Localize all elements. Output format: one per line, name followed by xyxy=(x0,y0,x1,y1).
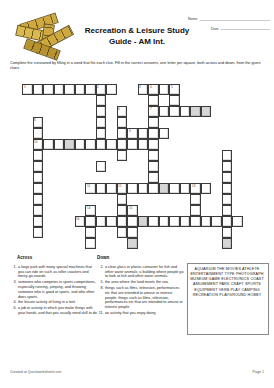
grid-background xyxy=(85,194,96,205)
answer-cell xyxy=(117,205,128,216)
grid-background xyxy=(54,128,65,139)
answer-cell xyxy=(222,161,233,172)
grid-background xyxy=(43,161,54,172)
grid-background xyxy=(211,194,222,205)
answer-cell xyxy=(190,216,201,227)
grid-background xyxy=(211,227,222,238)
footer-credit: Created at Quickworksheets.net xyxy=(10,369,61,374)
grid-background xyxy=(54,172,65,183)
grid-background xyxy=(243,84,254,95)
grid-background xyxy=(117,84,128,95)
answer-cell xyxy=(159,106,170,117)
grid-background xyxy=(138,150,149,161)
grid-background xyxy=(106,128,117,139)
grid-background xyxy=(85,150,96,161)
grid-background xyxy=(148,194,159,205)
grid-background xyxy=(169,150,180,161)
grid-background xyxy=(43,205,54,216)
grid-background xyxy=(138,238,149,249)
word-space-cell xyxy=(138,216,149,227)
grid-background xyxy=(33,238,44,249)
page-footer: Created at Quickworksheets.net Page 1 xyxy=(10,369,264,379)
grid-background xyxy=(190,238,201,249)
grid-background xyxy=(64,106,75,117)
answer-cell xyxy=(201,183,212,194)
grid-background xyxy=(138,205,149,216)
grid-background xyxy=(169,238,180,249)
grid-background xyxy=(201,238,212,249)
answer-cell xyxy=(33,128,44,139)
answer-cell xyxy=(138,183,149,194)
grid-background xyxy=(106,117,117,128)
word-space-cell xyxy=(190,106,201,117)
grid-background xyxy=(106,238,117,249)
grid-background xyxy=(43,117,54,128)
grid-background xyxy=(222,128,233,139)
grid-background xyxy=(75,95,86,106)
grid-background xyxy=(43,150,54,161)
grid-background xyxy=(75,227,86,238)
grid-background xyxy=(169,227,180,238)
grid-background xyxy=(232,183,243,194)
answer-cell xyxy=(33,194,44,205)
word-space-cell xyxy=(159,183,170,194)
grid-background xyxy=(43,227,54,238)
answer-cell: 10 xyxy=(33,139,44,150)
answer-cell xyxy=(127,139,138,150)
answer-cell: 16 xyxy=(75,216,86,227)
grid-background xyxy=(54,161,65,172)
answer-cell xyxy=(148,183,159,194)
grid-background xyxy=(96,194,107,205)
grid-background xyxy=(75,150,86,161)
grid-background xyxy=(211,161,222,172)
answer-cell xyxy=(54,84,65,95)
grid-background xyxy=(159,161,170,172)
grid-background xyxy=(169,117,180,128)
answer-cell xyxy=(169,183,180,194)
grid-background xyxy=(243,227,254,238)
answer-cell xyxy=(222,183,233,194)
answer-cell xyxy=(148,117,159,128)
answer-cell xyxy=(96,183,107,194)
grid-background xyxy=(75,117,86,128)
grid-background xyxy=(243,106,254,117)
clue-item: 5.the area where the land meets the sea xyxy=(97,279,185,284)
grid-background xyxy=(64,128,75,139)
grid-background xyxy=(201,161,212,172)
grid-background xyxy=(22,161,33,172)
grid-background xyxy=(117,161,128,172)
clue-item: 6.a job or activity in which you make th… xyxy=(10,305,98,315)
clue-number: 13 xyxy=(192,184,195,187)
answer-cell xyxy=(43,84,54,95)
clue-number: 15 xyxy=(129,206,132,209)
grid-background xyxy=(22,227,33,238)
grid-background xyxy=(22,139,33,150)
grid-background xyxy=(201,205,212,216)
answer-cell xyxy=(201,216,212,227)
grid-background xyxy=(211,84,222,95)
grid-background xyxy=(180,128,191,139)
grid-background xyxy=(232,172,243,183)
date-blank-line xyxy=(220,26,270,31)
answer-cell xyxy=(85,238,96,249)
grid-background xyxy=(169,161,180,172)
answer-cell: 13 xyxy=(190,183,201,194)
grid-background xyxy=(148,238,159,249)
answer-cell xyxy=(211,216,222,227)
answer-cell xyxy=(232,216,243,227)
answer-cell xyxy=(127,183,138,194)
answer-cell: 9 xyxy=(127,128,138,139)
grid-background xyxy=(148,227,159,238)
answer-cell xyxy=(33,161,44,172)
clue-number: 2 xyxy=(97,85,99,88)
grid-background xyxy=(232,194,243,205)
grid-background xyxy=(54,183,65,194)
grid-background xyxy=(243,128,254,139)
answer-cell xyxy=(180,216,191,227)
grid-background xyxy=(211,117,222,128)
answer-cell xyxy=(106,183,117,194)
grid-background xyxy=(201,227,212,238)
grid-background xyxy=(106,227,117,238)
grid-background xyxy=(190,150,201,161)
grid-background xyxy=(211,95,222,106)
clue-number: 16 xyxy=(76,217,79,220)
answer-cell xyxy=(85,139,96,150)
grid-background xyxy=(232,227,243,238)
grid-background xyxy=(85,95,96,106)
grid-background xyxy=(211,128,222,139)
grid-background xyxy=(138,161,149,172)
grid-background xyxy=(75,161,86,172)
answer-cell xyxy=(96,139,107,150)
grid-background xyxy=(43,106,54,117)
grid-background xyxy=(159,150,170,161)
grid-background xyxy=(180,161,191,172)
grid-background xyxy=(64,227,75,238)
clue-item: 4.the leisure activity of living in a te… xyxy=(10,300,98,305)
grid-background xyxy=(159,139,170,150)
instructions: Complete the crossword by filling in a w… xyxy=(10,60,264,78)
grid-background xyxy=(211,205,222,216)
grid-background xyxy=(180,205,191,216)
grid-background xyxy=(64,172,75,183)
grid-background xyxy=(232,95,243,106)
grid-background xyxy=(22,183,33,194)
grid-background xyxy=(190,128,201,139)
grid-background xyxy=(43,128,54,139)
grid-background xyxy=(180,150,191,161)
answer-cell xyxy=(117,150,128,161)
grid-background xyxy=(22,194,33,205)
page-number: Page 1 xyxy=(253,369,264,374)
grid-background xyxy=(75,172,86,183)
grid-background xyxy=(211,238,222,249)
grid-background xyxy=(127,95,138,106)
grid-background xyxy=(180,117,191,128)
answer-cell xyxy=(96,216,107,227)
grid-background xyxy=(169,172,180,183)
answer-cell xyxy=(75,84,86,95)
clue-number: 6 xyxy=(118,107,120,110)
grid-background xyxy=(117,172,128,183)
grid-background xyxy=(201,150,212,161)
answer-cell xyxy=(190,194,201,205)
grid-background xyxy=(33,106,44,117)
clue-number: 11 xyxy=(87,184,90,187)
answer-cell xyxy=(33,205,44,216)
grid-background xyxy=(43,194,54,205)
grid-background xyxy=(22,150,33,161)
grid-background xyxy=(159,238,170,249)
grid-background xyxy=(190,84,201,95)
grid-background xyxy=(211,150,222,161)
grid-background xyxy=(127,172,138,183)
grid-background xyxy=(201,172,212,183)
grid-background xyxy=(243,205,254,216)
answer-cell xyxy=(85,216,96,227)
grid-background xyxy=(232,128,243,139)
grid-background xyxy=(96,227,107,238)
grid-background xyxy=(201,139,212,150)
grid-background xyxy=(64,183,75,194)
grid-background xyxy=(243,183,254,194)
grid-background xyxy=(43,95,54,106)
grid-background xyxy=(127,106,138,117)
grid-background xyxy=(54,117,65,128)
grid-background xyxy=(190,161,201,172)
answer-cell xyxy=(148,216,159,227)
answer-cell: 15 xyxy=(127,205,138,216)
name-label: Name xyxy=(188,17,197,21)
answer-cell xyxy=(138,139,149,150)
grid-background xyxy=(64,161,75,172)
clue-item: 11.an activity that you enjoy doing xyxy=(97,310,185,315)
grid-background xyxy=(232,238,243,249)
grid-background xyxy=(243,194,254,205)
grid-background xyxy=(180,194,191,205)
grid-background xyxy=(75,205,86,216)
grid-background xyxy=(64,216,75,227)
grid-background xyxy=(190,139,201,150)
word-space-cell xyxy=(64,139,75,150)
grid-background xyxy=(22,205,33,216)
grid-background xyxy=(232,161,243,172)
grid-background xyxy=(64,117,75,128)
date-label: Date xyxy=(211,27,218,31)
clue-item: 3.someone who competes in sports competi… xyxy=(10,279,98,298)
grid-background xyxy=(169,205,180,216)
answer-cell xyxy=(117,216,128,227)
answer-cell: 11 xyxy=(85,183,96,194)
grid-background xyxy=(22,216,33,227)
grid-background xyxy=(232,150,243,161)
grid-background xyxy=(201,117,212,128)
grid-background xyxy=(96,205,107,216)
grid-background xyxy=(243,139,254,150)
grid-background xyxy=(85,172,96,183)
grid-background xyxy=(180,84,191,95)
grid-background xyxy=(190,172,201,183)
grid-background xyxy=(127,117,138,128)
grid-background xyxy=(138,106,149,117)
grid-background xyxy=(43,172,54,183)
answer-cell xyxy=(127,216,138,227)
answer-cell: 7 xyxy=(148,106,159,117)
grid-background xyxy=(106,194,117,205)
answer-cell: 6 xyxy=(117,106,128,117)
answer-cell xyxy=(96,106,107,117)
answer-cell xyxy=(222,150,233,161)
clue-item: 1.a large park with many special machine… xyxy=(10,264,98,278)
grid-background xyxy=(232,205,243,216)
grid-background xyxy=(211,183,222,194)
grid-background xyxy=(243,150,254,161)
grid-background xyxy=(127,194,138,205)
answer-cell xyxy=(33,172,44,183)
answer-cell xyxy=(117,139,128,150)
answer-cell xyxy=(33,227,44,238)
grid-background xyxy=(222,84,233,95)
word-space-cell xyxy=(201,106,212,117)
grid-background xyxy=(138,194,149,205)
answer-cell xyxy=(148,161,159,172)
answer-cell xyxy=(127,227,138,238)
grid-background xyxy=(64,194,75,205)
grid-background xyxy=(180,238,191,249)
answer-cell xyxy=(117,128,128,139)
answer-cell xyxy=(85,84,96,95)
grid-background xyxy=(106,172,117,183)
word-space-cell xyxy=(222,238,233,249)
grid-background xyxy=(85,106,96,117)
answer-cell xyxy=(96,161,107,172)
grid-background xyxy=(64,238,75,249)
answer-cell xyxy=(159,84,170,95)
answer-cell xyxy=(43,139,54,150)
grid-background xyxy=(211,139,222,150)
grid-background xyxy=(117,238,128,249)
answer-cell xyxy=(148,150,159,161)
grid-background xyxy=(54,150,65,161)
clue-number: 12 xyxy=(118,184,121,187)
answer-cell xyxy=(148,128,159,139)
grid-background xyxy=(43,183,54,194)
answer-cell: 5 xyxy=(169,84,180,95)
answer-cell xyxy=(33,183,44,194)
grid-background xyxy=(180,95,191,106)
grid-background xyxy=(222,95,233,106)
grid-background xyxy=(75,183,86,194)
answer-cell xyxy=(159,216,170,227)
grid-background xyxy=(54,95,65,106)
grid-background xyxy=(43,216,54,227)
clue-number: 14 xyxy=(87,206,90,209)
answer-cell xyxy=(117,117,128,128)
answer-cell xyxy=(180,183,191,194)
answer-cell: 14 xyxy=(85,205,96,216)
grid-background xyxy=(243,161,254,172)
grid-background xyxy=(106,106,117,117)
answer-cell: 8 xyxy=(33,117,44,128)
answer-cell xyxy=(33,150,44,161)
grid-background xyxy=(54,194,65,205)
grid-background xyxy=(180,172,191,183)
grid-background xyxy=(138,95,149,106)
word-space-cell xyxy=(127,238,138,249)
grid-background xyxy=(169,139,180,150)
grid-background xyxy=(190,227,201,238)
grid-background xyxy=(138,117,149,128)
grid-background xyxy=(201,84,212,95)
answer-cell xyxy=(117,227,128,238)
grid-background xyxy=(64,205,75,216)
grid-background xyxy=(180,227,191,238)
name-date-block: Name Date xyxy=(188,16,270,46)
clue-number: 8 xyxy=(34,118,36,121)
clue-number: 7 xyxy=(150,107,152,110)
answer-cell: 2 xyxy=(96,84,107,95)
grid-background xyxy=(85,117,96,128)
answer-cell xyxy=(222,227,233,238)
grid-background xyxy=(127,161,138,172)
grid-background xyxy=(106,150,117,161)
grid-background xyxy=(222,139,233,150)
grid-background xyxy=(243,238,254,249)
crossword-grid: 12345678910111213141516 xyxy=(22,84,253,249)
answer-cell xyxy=(33,84,44,95)
grid-background xyxy=(43,238,54,249)
grid-background xyxy=(148,205,159,216)
across-clue-list: 1.a large park with many special machine… xyxy=(10,264,98,368)
answer-cell xyxy=(190,205,201,216)
name-blank-line xyxy=(199,16,270,21)
answer-cell xyxy=(138,128,149,139)
grid-background xyxy=(222,117,233,128)
grid-background xyxy=(64,150,75,161)
grid-background xyxy=(232,106,243,117)
word-bank-box: AQUARIUM THE MOVIES ATHLETE ENTERTAINMEN… xyxy=(187,263,269,335)
grid-background xyxy=(22,128,33,139)
answer-cell xyxy=(169,216,180,227)
answer-cell: 3 xyxy=(138,84,149,95)
grid-background xyxy=(159,117,170,128)
word-bank-text: AQUARIUM THE MOVIES ATHLETE ENTERTAINMEN… xyxy=(188,264,266,299)
clue-number: 9 xyxy=(129,129,131,132)
grid-background xyxy=(243,216,254,227)
grid-background xyxy=(201,95,212,106)
grid-background xyxy=(127,84,138,95)
grid-background xyxy=(54,227,65,238)
grid-background xyxy=(96,172,107,183)
grid-background xyxy=(127,150,138,161)
answer-cell xyxy=(222,194,233,205)
clue-number: 10 xyxy=(34,140,37,143)
grid-background xyxy=(201,194,212,205)
answer-cell xyxy=(96,95,107,106)
grid-background xyxy=(22,238,33,249)
answer-cell xyxy=(64,84,75,95)
grid-background xyxy=(75,194,86,205)
grid-background xyxy=(159,194,170,205)
answer-cell xyxy=(180,106,191,117)
answer-cell xyxy=(54,139,65,150)
clue-number: 1 xyxy=(24,85,26,88)
grid-background xyxy=(190,117,201,128)
